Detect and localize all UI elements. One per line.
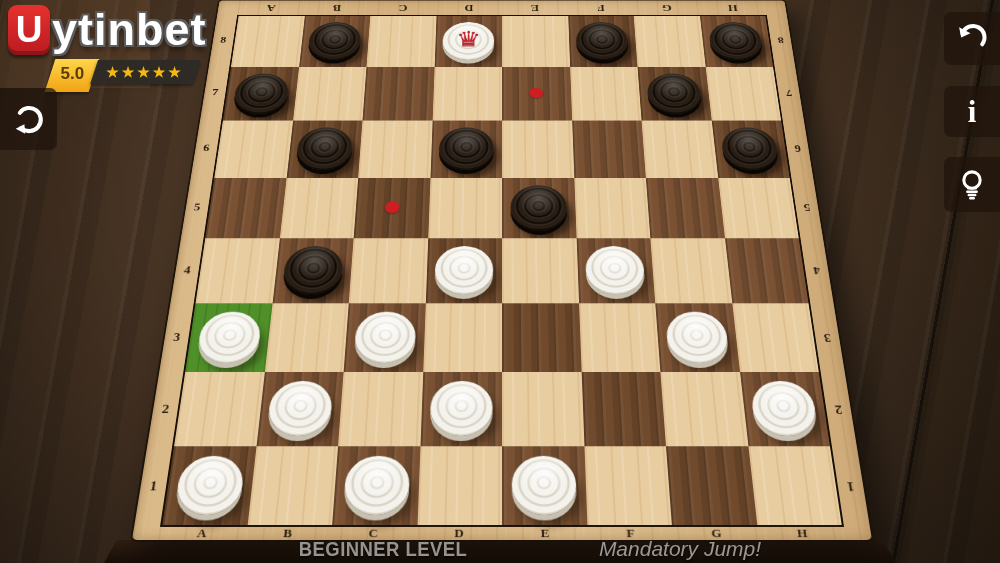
square-f7[interactable] [570, 67, 642, 121]
white-piece-f4[interactable] [585, 246, 646, 294]
column-labels-top: ABCDEFGH [237, 1, 767, 15]
black-piece-d6[interactable] [439, 128, 494, 171]
square-c6[interactable] [358, 121, 432, 178]
square-b3[interactable] [264, 303, 348, 372]
column-label-e: E [502, 1, 568, 15]
white-piece-d2[interactable] [430, 381, 493, 436]
square-c3[interactable] [344, 303, 426, 372]
square-g6[interactable] [642, 121, 718, 178]
white-piece-b2[interactable] [266, 381, 333, 436]
square-b1[interactable] [247, 446, 338, 525]
square-f3[interactable] [579, 303, 661, 372]
checkers-board-squares: ♛ [160, 15, 844, 527]
info-icon: i [968, 94, 977, 130]
square-d8[interactable]: ♛ [434, 16, 502, 67]
white-piece-c3[interactable] [353, 311, 416, 362]
board-frame: ABCDEFGH ABCDEFGH 87654321 87654321 ♛ [132, 1, 872, 540]
black-piece-b8[interactable] [307, 22, 362, 60]
level-label: BEGINNER LEVEL [238, 537, 528, 561]
brand-initial-badge: U [8, 5, 50, 55]
square-b5[interactable] [279, 178, 358, 239]
column-label-f: F [568, 1, 635, 15]
square-g5[interactable] [646, 178, 725, 239]
square-a1[interactable] [162, 446, 256, 525]
square-c7[interactable] [362, 67, 434, 121]
square-e7[interactable] [502, 67, 572, 121]
square-e4[interactable] [502, 238, 579, 303]
column-label-a: A [237, 1, 305, 15]
white-king-piece-d8[interactable]: ♛ [442, 22, 494, 60]
undo-button[interactable] [944, 12, 1000, 65]
square-a3[interactable] [185, 303, 272, 372]
square-b6[interactable] [286, 121, 362, 178]
square-h5[interactable] [718, 178, 799, 239]
black-piece-h6[interactable] [720, 128, 780, 171]
square-e3[interactable] [502, 303, 581, 372]
checkers-board: ABCDEFGH ABCDEFGH 87654321 87654321 ♛ [132, 1, 872, 540]
square-f8[interactable] [568, 16, 638, 67]
brand-text: ytinbet [52, 5, 207, 55]
square-c1[interactable] [332, 446, 420, 525]
square-g8[interactable] [634, 16, 706, 67]
square-e5[interactable] [502, 178, 576, 239]
black-piece-f8[interactable] [576, 22, 630, 60]
black-piece-b6[interactable] [295, 128, 354, 171]
lightbulb-icon [954, 166, 990, 204]
app-logo: U ytinbet 5.0 ★★★★★ [8, 5, 207, 92]
square-h1[interactable] [748, 446, 842, 525]
info-button[interactable]: i [944, 86, 1000, 137]
move-hint-dot-c5 [385, 202, 400, 214]
rating-ribbon: 5.0 ★★★★★ [45, 59, 212, 92]
square-f1[interactable] [584, 446, 672, 525]
mandatory-jump-message: Mandatory Jump! [555, 537, 805, 561]
square-b4[interactable] [272, 238, 353, 303]
square-f4[interactable] [576, 238, 655, 303]
square-f6[interactable] [572, 121, 646, 178]
black-piece-g7[interactable] [646, 73, 703, 113]
square-c4[interactable] [349, 238, 428, 303]
square-a2[interactable] [174, 372, 264, 446]
square-h2[interactable] [740, 372, 830, 446]
square-f5[interactable] [574, 178, 650, 239]
column-label-c: C [370, 1, 437, 15]
column-label-b: B [303, 1, 370, 15]
column-label-a: A [158, 527, 245, 540]
game-screen: ABCDEFGH ABCDEFGH 87654321 87654321 ♛ BE… [0, 0, 1000, 563]
black-piece-a7[interactable] [232, 73, 290, 113]
brand-name: U ytinbet [8, 5, 207, 55]
square-d5[interactable] [428, 178, 502, 239]
column-label-g: G [633, 1, 700, 15]
square-b8[interactable] [299, 16, 371, 67]
square-a6[interactable] [214, 121, 292, 178]
square-g1[interactable] [666, 446, 757, 525]
white-piece-h2[interactable] [750, 381, 819, 436]
square-a5[interactable] [205, 178, 286, 239]
move-hint-dot-e7 [529, 88, 543, 98]
column-label-h: H [699, 1, 767, 15]
square-e2[interactable] [502, 372, 584, 446]
rating-badge: 5.0 [45, 59, 99, 92]
square-c5[interactable] [354, 178, 430, 239]
square-g2[interactable] [660, 372, 748, 446]
restart-button[interactable] [0, 88, 57, 150]
white-piece-d4[interactable] [434, 246, 493, 294]
black-piece-e5[interactable] [510, 185, 567, 230]
square-a4[interactable] [196, 238, 280, 303]
square-d3[interactable] [423, 303, 502, 372]
square-h4[interactable] [725, 238, 809, 303]
square-d4[interactable] [425, 238, 502, 303]
black-piece-b4[interactable] [282, 246, 345, 294]
square-e8[interactable] [502, 16, 570, 67]
white-piece-a3[interactable] [196, 311, 263, 362]
hint-button[interactable] [944, 157, 1000, 212]
square-h8[interactable] [700, 16, 773, 67]
square-c8[interactable] [366, 16, 436, 67]
square-a7[interactable] [223, 67, 299, 121]
undo-icon [954, 21, 990, 57]
white-piece-g3[interactable] [665, 311, 730, 362]
square-b2[interactable] [256, 372, 344, 446]
square-a8[interactable] [231, 16, 304, 67]
white-piece-c1[interactable] [343, 456, 411, 515]
white-piece-a1[interactable] [173, 456, 245, 515]
king-crown-icon: ♛ [456, 29, 482, 50]
square-c2[interactable] [338, 372, 423, 446]
black-piece-h8[interactable] [708, 22, 765, 60]
square-h3[interactable] [732, 303, 819, 372]
restart-icon [10, 100, 48, 138]
square-g7[interactable] [638, 67, 712, 121]
square-d2[interactable] [420, 372, 502, 446]
square-h6[interactable] [711, 121, 789, 178]
square-f2[interactable] [581, 372, 666, 446]
column-label-d: D [436, 1, 502, 15]
square-g4[interactable] [650, 238, 731, 303]
square-d7[interactable] [432, 67, 502, 121]
square-d1[interactable] [417, 446, 502, 525]
white-piece-e1[interactable] [511, 456, 577, 515]
square-e6[interactable] [502, 121, 574, 178]
square-d6[interactable] [430, 121, 502, 178]
rating-stars: ★★★★★ [90, 60, 202, 84]
square-h7[interactable] [705, 67, 781, 121]
square-e1[interactable] [502, 446, 587, 525]
square-g3[interactable] [655, 303, 739, 372]
square-b7[interactable] [293, 67, 367, 121]
